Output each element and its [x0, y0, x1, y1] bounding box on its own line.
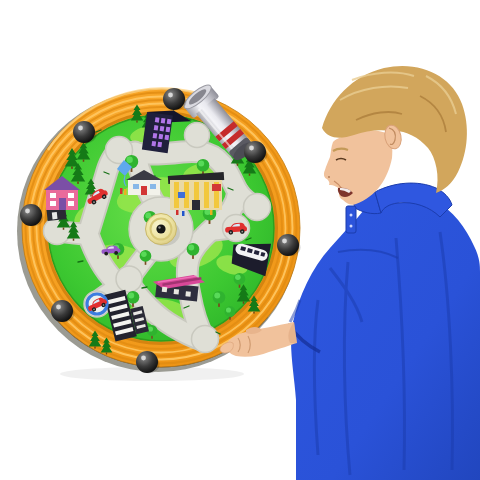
scene-canvas	[0, 0, 480, 480]
building-factory	[168, 172, 224, 216]
nostril	[328, 176, 330, 178]
product-photo-scene	[0, 0, 480, 480]
